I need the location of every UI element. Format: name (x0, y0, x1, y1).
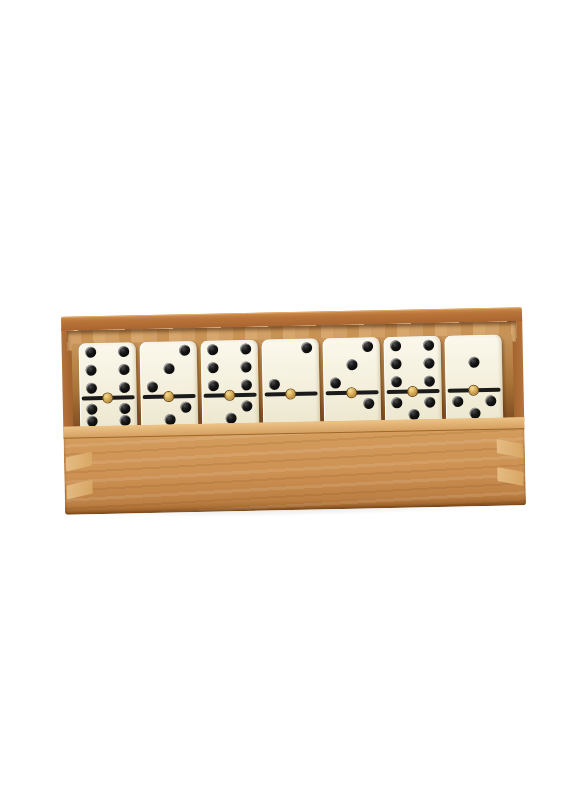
dovetail-joint-right (497, 467, 523, 486)
pip (241, 400, 252, 411)
pip (86, 382, 97, 393)
pip (208, 380, 219, 391)
pip (424, 375, 435, 386)
pip (390, 340, 401, 351)
pip (147, 381, 158, 392)
pip (346, 359, 357, 370)
box-front-wall (63, 417, 526, 515)
pip (240, 361, 251, 372)
pip (207, 344, 218, 355)
tile-top-half (201, 340, 259, 394)
pip (240, 343, 251, 354)
pip (423, 340, 434, 351)
pip (301, 342, 312, 353)
pip (485, 395, 496, 406)
pip (362, 341, 373, 352)
pip (391, 397, 402, 408)
pip (363, 398, 374, 409)
pip (163, 362, 174, 373)
pip (86, 404, 97, 415)
pip (207, 362, 218, 373)
pip (391, 376, 402, 387)
product-photo (0, 0, 587, 800)
dovetail-joint-left (67, 479, 93, 499)
tile-top-half (140, 341, 198, 395)
pip (468, 356, 479, 367)
pip (423, 357, 434, 368)
pip (330, 377, 341, 388)
pip (85, 347, 96, 358)
pip (118, 363, 129, 374)
tile-top-half (444, 335, 502, 389)
wooden-box (61, 307, 526, 515)
tile-top-half (383, 336, 441, 390)
pip (85, 364, 96, 375)
pip (180, 402, 191, 413)
pip (269, 378, 280, 389)
pip (179, 345, 190, 356)
pip (241, 379, 252, 390)
pip (119, 403, 130, 414)
pip (119, 381, 130, 392)
dovetail-joint-right (497, 439, 523, 458)
pip (452, 396, 463, 407)
pip (390, 358, 401, 369)
pip (118, 346, 129, 357)
tile-top-half (322, 337, 380, 391)
pip (424, 396, 435, 407)
tile-top-half (261, 338, 319, 392)
tile-top-half (79, 342, 137, 396)
dovetail-joint-left (66, 451, 92, 471)
